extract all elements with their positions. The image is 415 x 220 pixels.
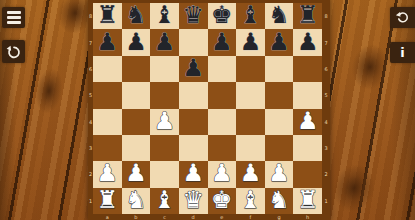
square-d5[interactable] bbox=[179, 82, 208, 108]
square-f8[interactable]: ♝ bbox=[236, 3, 265, 29]
square-g1[interactable]: ♞ bbox=[265, 188, 294, 214]
rank-label-1: 1 bbox=[322, 188, 330, 214]
piece-white-pawn[interactable]: ♟ bbox=[182, 161, 204, 185]
square-h1[interactable]: ♜ bbox=[293, 188, 322, 214]
piece-black-pawn[interactable]: ♟ bbox=[125, 30, 147, 54]
square-g8[interactable]: ♞ bbox=[265, 3, 294, 29]
piece-white-pawn[interactable]: ♟ bbox=[297, 109, 319, 133]
square-c6[interactable] bbox=[150, 56, 179, 82]
square-a2[interactable]: ♟ bbox=[93, 161, 122, 187]
square-a3[interactable] bbox=[93, 135, 122, 161]
piece-white-bishop[interactable]: ♝ bbox=[240, 188, 262, 212]
file-label-d: d bbox=[179, 214, 208, 220]
piece-black-king[interactable]: ♚ bbox=[211, 3, 233, 27]
square-f3[interactable] bbox=[236, 135, 265, 161]
square-d6[interactable]: ♟ bbox=[179, 56, 208, 82]
piece-black-queen[interactable]: ♛ bbox=[182, 3, 204, 27]
piece-white-pawn[interactable]: ♟ bbox=[154, 109, 176, 133]
piece-black-knight[interactable]: ♞ bbox=[125, 3, 147, 27]
square-e7[interactable]: ♟ bbox=[208, 29, 237, 55]
rank-label-4: 4 bbox=[322, 109, 330, 135]
piece-black-pawn[interactable]: ♟ bbox=[240, 30, 262, 54]
wood-knot bbox=[348, 41, 393, 93]
square-e5[interactable] bbox=[208, 82, 237, 108]
rotate-board-button[interactable] bbox=[2, 40, 25, 63]
square-g2[interactable]: ♟ bbox=[265, 161, 294, 187]
hamburger-icon bbox=[7, 16, 21, 19]
square-c2[interactable] bbox=[150, 161, 179, 187]
board-squares: ♜♞♝♛♚♝♞♜♟♟♟♟♟♟♟♟♟♟♟♟♟♟♟♟♜♞♝♛♚♝♞♜ bbox=[93, 3, 322, 214]
square-a1[interactable]: ♜ bbox=[93, 188, 122, 214]
piece-white-bishop[interactable]: ♝ bbox=[154, 188, 176, 212]
file-label-a: a bbox=[93, 214, 122, 220]
square-h6[interactable] bbox=[293, 56, 322, 82]
piece-black-knight[interactable]: ♞ bbox=[268, 3, 290, 27]
square-c1[interactable]: ♝ bbox=[150, 188, 179, 214]
rotate-circular-arrow-icon bbox=[6, 44, 22, 60]
square-h2[interactable] bbox=[293, 161, 322, 187]
square-h8[interactable]: ♜ bbox=[293, 3, 322, 29]
piece-white-rook[interactable]: ♜ bbox=[97, 188, 119, 212]
square-e3[interactable] bbox=[208, 135, 237, 161]
square-d4[interactable] bbox=[179, 109, 208, 135]
chess-board: 87654321 87654321 abcdefgh ♜♞♝♛♚♝♞♜♟♟♟♟♟… bbox=[88, 0, 330, 220]
piece-white-knight[interactable]: ♞ bbox=[268, 188, 290, 212]
undo-arrow-icon bbox=[395, 10, 410, 25]
square-b5[interactable] bbox=[122, 82, 151, 108]
square-d2[interactable]: ♟ bbox=[179, 161, 208, 187]
square-c5[interactable] bbox=[150, 82, 179, 108]
rank-label-2: 2 bbox=[322, 161, 330, 187]
hamburger-icon bbox=[7, 11, 21, 14]
info-icon: i bbox=[400, 46, 404, 59]
square-h5[interactable] bbox=[293, 82, 322, 108]
square-h7[interactable]: ♟ bbox=[293, 29, 322, 55]
square-e1[interactable]: ♚ bbox=[208, 188, 237, 214]
square-g5[interactable] bbox=[265, 82, 294, 108]
piece-black-pawn[interactable]: ♟ bbox=[297, 30, 319, 54]
square-a8[interactable]: ♜ bbox=[93, 3, 122, 29]
square-e6[interactable] bbox=[208, 56, 237, 82]
square-b3[interactable] bbox=[122, 135, 151, 161]
square-g7[interactable]: ♟ bbox=[265, 29, 294, 55]
square-g3[interactable] bbox=[265, 135, 294, 161]
square-g4[interactable] bbox=[265, 109, 294, 135]
square-a5[interactable] bbox=[93, 82, 122, 108]
square-f5[interactable] bbox=[236, 82, 265, 108]
square-a7[interactable]: ♟ bbox=[93, 29, 122, 55]
square-h3[interactable] bbox=[293, 135, 322, 161]
piece-black-rook[interactable]: ♜ bbox=[297, 3, 319, 27]
file-label-h: h bbox=[293, 214, 322, 220]
square-g6[interactable] bbox=[265, 56, 294, 82]
piece-black-bishop[interactable]: ♝ bbox=[240, 3, 262, 27]
piece-white-king[interactable]: ♚ bbox=[211, 188, 233, 212]
square-c4[interactable]: ♟ bbox=[150, 109, 179, 135]
piece-black-pawn[interactable]: ♟ bbox=[211, 30, 233, 54]
square-b1[interactable]: ♞ bbox=[122, 188, 151, 214]
square-c8[interactable]: ♝ bbox=[150, 3, 179, 29]
piece-white-rook[interactable]: ♜ bbox=[297, 188, 319, 212]
square-b6[interactable] bbox=[122, 56, 151, 82]
rank-label-6: 6 bbox=[322, 56, 330, 82]
square-f4[interactable] bbox=[236, 109, 265, 135]
piece-black-pawn[interactable]: ♟ bbox=[182, 56, 204, 80]
square-d7[interactable] bbox=[179, 29, 208, 55]
piece-black-pawn[interactable]: ♟ bbox=[268, 30, 290, 54]
piece-white-pawn[interactable]: ♟ bbox=[211, 161, 233, 185]
file-label-b: b bbox=[122, 214, 151, 220]
info-button[interactable]: i bbox=[390, 42, 415, 63]
piece-white-pawn[interactable]: ♟ bbox=[268, 161, 290, 185]
piece-black-pawn[interactable]: ♟ bbox=[154, 30, 176, 54]
piece-black-pawn[interactable]: ♟ bbox=[97, 30, 119, 54]
rank-labels-right: 87654321 bbox=[322, 3, 330, 214]
wood-knot bbox=[32, 66, 66, 116]
piece-black-rook[interactable]: ♜ bbox=[97, 3, 119, 27]
file-label-e: e bbox=[208, 214, 237, 220]
file-labels-bottom: abcdefgh bbox=[93, 214, 322, 220]
square-h4[interactable]: ♟ bbox=[293, 109, 322, 135]
hamburger-icon bbox=[7, 21, 21, 24]
square-a4[interactable] bbox=[93, 109, 122, 135]
square-f6[interactable] bbox=[236, 56, 265, 82]
square-b2[interactable]: ♟ bbox=[122, 161, 151, 187]
square-d1[interactable]: ♛ bbox=[179, 188, 208, 214]
rank-label-3: 3 bbox=[322, 135, 330, 161]
undo-button[interactable] bbox=[390, 7, 415, 28]
square-f1[interactable]: ♝ bbox=[236, 188, 265, 214]
square-e8[interactable]: ♚ bbox=[208, 3, 237, 29]
square-b8[interactable]: ♞ bbox=[122, 3, 151, 29]
square-b7[interactable]: ♟ bbox=[122, 29, 151, 55]
chess-app-screen: i 87654321 87654321 abcdefgh ♜♞♝♛♚♝♞♜♟♟♟… bbox=[0, 0, 415, 220]
piece-white-queen[interactable]: ♛ bbox=[182, 188, 204, 212]
square-c3[interactable] bbox=[150, 135, 179, 161]
square-e2[interactable]: ♟ bbox=[208, 161, 237, 187]
square-c7[interactable]: ♟ bbox=[150, 29, 179, 55]
piece-white-pawn[interactable]: ♟ bbox=[97, 161, 119, 185]
square-d3[interactable] bbox=[179, 135, 208, 161]
file-label-f: f bbox=[236, 214, 265, 220]
square-d8[interactable]: ♛ bbox=[179, 3, 208, 29]
wood-knot bbox=[328, 159, 381, 217]
square-e4[interactable] bbox=[208, 109, 237, 135]
piece-white-pawn[interactable]: ♟ bbox=[125, 161, 147, 185]
square-b4[interactable] bbox=[122, 109, 151, 135]
rank-label-8: 8 bbox=[322, 3, 330, 29]
square-f7[interactable]: ♟ bbox=[236, 29, 265, 55]
piece-white-knight[interactable]: ♞ bbox=[125, 188, 147, 212]
file-label-c: c bbox=[150, 214, 179, 220]
menu-button[interactable] bbox=[2, 7, 25, 28]
piece-white-pawn[interactable]: ♟ bbox=[240, 161, 262, 185]
file-label-g: g bbox=[265, 214, 294, 220]
square-a6[interactable] bbox=[93, 56, 122, 82]
square-f2[interactable]: ♟ bbox=[236, 161, 265, 187]
rank-label-5: 5 bbox=[322, 82, 330, 108]
piece-black-bishop[interactable]: ♝ bbox=[154, 3, 176, 27]
rank-label-7: 7 bbox=[322, 29, 330, 55]
